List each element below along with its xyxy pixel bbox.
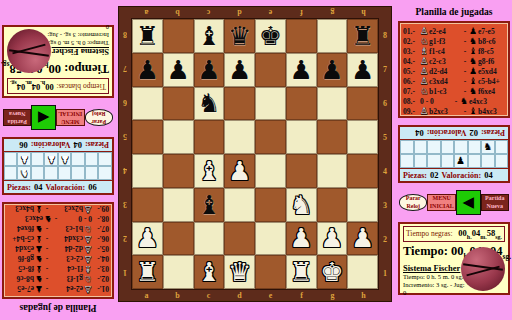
square-g6[interactable]: [317, 87, 348, 121]
coord-label: 1: [119, 256, 131, 290]
black-pawn: ♟: [166, 57, 189, 83]
square-h3[interactable]: [347, 188, 378, 222]
white-piece-icon: ♘: [83, 275, 92, 284]
square-h1[interactable]: [347, 255, 378, 289]
white-pawn: ♟: [351, 225, 374, 251]
time-control-info: Tiempo: 0 h. 5 m. 0 sg.: [403, 273, 467, 281]
move-row: 05.-♙d2-d4-♟e5xd4: [403, 66, 508, 76]
white-player-panel: Planilla de jugadas01.-♙e2-e4-♟e7-e502.-…: [398, 0, 510, 320]
clock-panel: Tiempo blancas:00h.04m.04sg.Tiempo:00h,0…: [2, 25, 114, 98]
move-number: 05.-: [403, 67, 420, 76]
pause-clock-label: Reloj: [400, 203, 426, 210]
white-move: d2-d4: [51, 245, 83, 254]
tray-cell: [427, 140, 441, 154]
opponent-time-label: Tiempo negras:: [406, 229, 453, 238]
white-move: c3xd4: [429, 77, 461, 86]
square-d1[interactable]: ♛: [224, 255, 255, 289]
coord-label: 6: [119, 86, 131, 120]
square-b5[interactable]: [163, 120, 194, 154]
move-sheet-title: Planilla de jugadas: [398, 7, 510, 17]
square-h8[interactable]: ♜: [347, 19, 378, 53]
move-number: 02.-: [403, 37, 420, 46]
black-move: b8-c6: [478, 37, 508, 46]
opponent-time-box: Tiempo negras:00h.04m.58sg.: [403, 226, 505, 242]
move-number: 04.-: [92, 255, 109, 264]
white-move: b2xc3: [51, 205, 83, 214]
time-unit: sg.: [503, 251, 512, 260]
square-b6[interactable]: [163, 87, 194, 121]
pause-clock-label: Reloj: [86, 110, 112, 117]
valuation-count: 06: [88, 182, 97, 192]
square-c1[interactable]: ♝: [194, 255, 225, 289]
new-game-label: Partida: [4, 118, 30, 125]
square-f6[interactable]: [286, 87, 317, 121]
pieces-count: 02: [430, 170, 439, 180]
square-d7[interactable]: ♟: [224, 53, 255, 87]
black-piece-icon: ♝: [34, 235, 43, 244]
square-e3[interactable]: [255, 188, 286, 222]
white-king: ♚: [320, 259, 343, 285]
square-a8[interactable]: ♜: [132, 19, 163, 53]
white-piece-icon: ♙: [420, 107, 429, 116]
move-separator: -: [461, 27, 469, 36]
arrow-button[interactable]: ◀: [31, 105, 56, 130]
square-d8[interactable]: ♛: [224, 19, 255, 53]
black-pawn: ♟: [320, 57, 343, 83]
move-sheet: 01.-♙e2-e4-♟e7-e502.-♘g1-f3-♞b8-c603.-♗f…: [398, 21, 510, 118]
coord-label: 3: [379, 188, 391, 222]
white-move: b1-c3: [51, 225, 83, 234]
square-e7[interactable]: [255, 53, 286, 87]
tray-cell: [400, 154, 414, 168]
black-move: e4xc3: [4, 215, 43, 224]
square-c3[interactable]: ♝: [194, 188, 225, 222]
move-number: 01.-: [92, 285, 109, 294]
square-g3[interactable]: [317, 188, 348, 222]
new-game-label: Partida: [482, 195, 508, 202]
increment-info: Incremento: 3 sg. - Jug: 0: [403, 281, 467, 297]
black-piece-icon: ♝: [469, 107, 478, 116]
tray-cell: ♟: [58, 152, 72, 166]
move-row: 03.-♗f1-c4-♝f8-c5: [4, 264, 109, 274]
square-g8[interactable]: [317, 19, 348, 53]
tray-cell: [72, 152, 86, 166]
black-move: e7-e5: [4, 285, 34, 294]
file-labels-top: abcdefgh: [131, 7, 379, 18]
black-piece-icon: ♝: [469, 77, 478, 86]
white-piece-icon: ♙: [83, 285, 92, 294]
coord-label: 3: [119, 188, 131, 222]
black-move: f6xe4: [4, 225, 34, 234]
square-c2[interactable]: [194, 222, 225, 256]
move-number: 01.-: [403, 27, 420, 36]
time-value: 00: [45, 82, 54, 92]
white-piece-icon: ♙: [83, 255, 92, 264]
square-a2[interactable]: ♟: [132, 222, 163, 256]
square-c7[interactable]: ♟: [194, 53, 225, 87]
square-a7[interactable]: ♟: [132, 53, 163, 87]
rank-labels-left: 87654321: [119, 18, 131, 290]
move-separator: -: [52, 215, 60, 224]
square-b1[interactable]: [163, 255, 194, 289]
coord-label: c: [193, 7, 224, 18]
square-g5[interactable]: [317, 120, 348, 154]
analog-clock-ball: [7, 29, 51, 73]
arrow-button[interactable]: ◀: [456, 190, 481, 215]
rank-labels-right: 87654321: [379, 18, 391, 290]
captured-pieces-tray: Piezas:04Valoración:06♞♟♟♟Piezas:04Valor…: [2, 137, 114, 195]
black-move: e7-e5: [478, 27, 508, 36]
white-pawn: ♟: [228, 158, 251, 184]
coord-label: g: [317, 7, 348, 18]
square-c8[interactable]: ♝: [194, 19, 225, 53]
black-piece-icon: ♞: [460, 97, 469, 106]
coord-label: c: [193, 290, 224, 301]
white-piece-icon: ♙: [83, 205, 92, 214]
tray-cell: [427, 154, 441, 168]
square-a6[interactable]: [132, 87, 163, 121]
black-piece-icon: ♞: [469, 57, 478, 66]
move-row: 08.-0 - 0-♞e4xc3: [403, 96, 508, 106]
valuation-count: 04: [484, 170, 493, 180]
black-move: f8-c5: [478, 47, 508, 56]
square-e4[interactable]: [255, 154, 286, 188]
move-separator: -: [43, 235, 51, 244]
white-piece-icon: ♙: [420, 27, 429, 36]
tray-cell: [468, 140, 482, 154]
white-pawn: ♟: [60, 154, 69, 164]
coord-label: h: [348, 7, 379, 18]
time-unit: m.: [25, 80, 32, 86]
new-game-label: Nueva: [482, 203, 508, 210]
coord-label: g: [317, 290, 348, 301]
tray-cell: [4, 152, 18, 166]
coord-label: a: [131, 7, 162, 18]
valuation-count: 06: [19, 140, 28, 150]
time-value: 04: [472, 228, 481, 238]
white-knight: ♞: [289, 192, 312, 218]
coord-label: 7: [379, 52, 391, 86]
square-a3[interactable]: [132, 188, 163, 222]
time-unit: sg.: [495, 234, 502, 240]
square-b4[interactable]: [163, 154, 194, 188]
new-game-button[interactable]: PartidaNueva: [481, 194, 509, 210]
captured-count-label: Piezas:04Valoración:06: [4, 139, 112, 151]
move-number: 04.-: [403, 57, 420, 66]
move-number: 09.-: [92, 205, 109, 214]
square-e8[interactable]: ♚: [255, 19, 286, 53]
main-time-label: Tiempo:: [64, 62, 109, 76]
pause-clock-button[interactable]: PararReloj: [399, 194, 427, 210]
black-piece-icon: ♞: [469, 87, 478, 96]
move-number: 07.-: [403, 87, 420, 96]
black-queen: ♛: [228, 23, 251, 49]
square-h4[interactable]: [347, 154, 378, 188]
white-piece-icon: ♙: [420, 77, 429, 86]
tray-cell: ♟: [454, 154, 468, 168]
move-row: 04.-♙c2-c3-♞g8-f6: [403, 56, 508, 66]
white-piece-icon: ♙: [420, 57, 429, 66]
move-row: 08.-0 - 0-♞e4xc3: [4, 214, 109, 224]
black-bishop: ♝: [197, 23, 220, 49]
pieces-count: 04: [74, 140, 83, 150]
white-move: c2-c3: [51, 255, 83, 264]
pieces-label: Piezas:: [403, 171, 427, 180]
time-value: 04: [17, 82, 26, 92]
black-piece-icon: ♞: [34, 225, 43, 234]
square-e6[interactable]: [255, 87, 286, 121]
tray-cell: ♞: [481, 140, 495, 154]
white-piece-icon: ♙: [83, 245, 92, 254]
black-piece-icon: ♝: [469, 47, 478, 56]
square-b7[interactable]: ♟: [163, 53, 194, 87]
white-move: f1-c4: [51, 265, 83, 274]
coord-label: e: [255, 7, 286, 18]
square-f5[interactable]: [286, 120, 317, 154]
square-f7[interactable]: ♟: [286, 53, 317, 87]
move-number: 08.-: [403, 97, 420, 106]
square-g2[interactable]: ♟: [317, 222, 348, 256]
white-pawn: ♟: [289, 225, 312, 251]
square-d6[interactable]: [224, 87, 255, 121]
pieces-label: Piezas:: [481, 128, 505, 137]
square-f8[interactable]: [286, 19, 317, 53]
square-f1[interactable]: ♜: [286, 255, 317, 289]
captured-count-label: Piezas:02Valoración:04: [400, 127, 508, 139]
tray-grid: ♞♟: [400, 139, 508, 169]
fischer-info: Sistema FischerTiempo: 0 h. 5 m. 0 sg.In…: [45, 23, 109, 57]
square-g7[interactable]: ♟: [317, 53, 348, 87]
coord-label: 4: [119, 154, 131, 188]
square-a1[interactable]: ♜: [132, 255, 163, 289]
coord-label: h: [348, 290, 379, 301]
white-knight: ♞: [20, 168, 29, 178]
black-move: c5-b4+: [478, 77, 508, 86]
tray-cell: [4, 166, 18, 180]
play-left-icon: ◀: [462, 195, 474, 210]
main-menu-label: MENÚ: [57, 118, 83, 125]
coord-label: 2: [119, 222, 131, 256]
white-pawn: ♟: [20, 154, 29, 164]
main-menu-button[interactable]: MENÚINICIAL: [427, 194, 455, 210]
time-control-info: Tiempo: 0 h. 5 m. 0 sg.: [45, 39, 109, 47]
black-piece-icon: ♞: [34, 255, 43, 264]
move-row: 09.-♙b2xc3-♝b4xc3: [4, 204, 109, 214]
black-bishop: ♝: [197, 192, 220, 218]
white-rook: ♜: [289, 259, 312, 285]
move-row: 07.-♘b1-c3-♞f6xe4: [4, 224, 109, 234]
square-g4[interactable]: [317, 154, 348, 188]
tray-cell: [31, 166, 45, 180]
black-pawn: ♟: [197, 57, 220, 83]
pause-clock-button[interactable]: PararReloj: [85, 109, 113, 125]
white-bishop: ♝: [197, 259, 220, 285]
white-pawn: ♟: [136, 225, 159, 251]
white-pawn: ♟: [320, 225, 343, 251]
move-row: 05.-♙d2-d4-♟e5xd4: [4, 244, 109, 254]
tray-cell: [85, 152, 99, 166]
move-row: 06.-♙c3xd4-♝c5-b4+: [4, 234, 109, 244]
square-d5[interactable]: [224, 120, 255, 154]
square-a5[interactable]: [132, 120, 163, 154]
move-separator: -: [43, 225, 51, 234]
button-row: PararRelojMENÚINICIAL◀PartidaNueva: [398, 190, 510, 215]
coord-label: 2: [379, 222, 391, 256]
opponent-time-label: Tiempo blancas:: [56, 82, 106, 91]
tray-cell: ♟: [45, 152, 59, 166]
white-move: b1-c3: [429, 87, 461, 96]
coord-label: f: [286, 7, 317, 18]
white-bishop: ♝: [197, 158, 220, 184]
square-b2[interactable]: [163, 222, 194, 256]
white-pawn: ♟: [47, 154, 56, 164]
coord-label: 7: [119, 52, 131, 86]
square-h5[interactable]: [347, 120, 378, 154]
tray-cell: [414, 154, 428, 168]
white-piece-icon: ♗: [420, 47, 429, 56]
black-piece-icon: ♞: [469, 37, 478, 46]
move-row: 09.-♙b2xc3-♝b4xc3: [403, 106, 508, 116]
black-move: f6xe4: [478, 87, 508, 96]
square-d4[interactable]: ♟: [224, 154, 255, 188]
new-game-label: Nueva: [4, 110, 30, 117]
tray-cell: [58, 166, 72, 180]
new-game-button[interactable]: PartidaNueva: [3, 109, 31, 125]
tray-cell: [400, 140, 414, 154]
white-piece-icon: ♙: [420, 67, 429, 76]
black-piece-icon: ♟: [469, 67, 478, 76]
fischer-info: Sistema FischerTiempo: 0 h. 5 m. 0 sg.In…: [403, 263, 467, 297]
white-move: 0 - 0: [420, 97, 452, 106]
square-c5[interactable]: [194, 120, 225, 154]
move-number: 02.-: [92, 275, 109, 284]
valuation-label: Valoración:: [442, 171, 482, 180]
black-pawn: ♟: [456, 156, 465, 166]
square-f4[interactable]: [286, 154, 317, 188]
move-separator: -: [461, 37, 469, 46]
tray-cell: [481, 154, 495, 168]
white-piece-icon: ♘: [83, 225, 92, 234]
captured-pieces-tray: Piezas:02Valoración:04♞♟Piezas:02Valorac…: [398, 125, 510, 183]
black-piece-icon: ♝: [34, 265, 43, 274]
move-separator: -: [43, 275, 51, 284]
square-e2[interactable]: [255, 222, 286, 256]
tray-grid: ♞♟♟♟: [4, 151, 112, 181]
time-value: 00: [451, 244, 464, 258]
square-h2[interactable]: ♟: [347, 222, 378, 256]
pieces-count: 02: [470, 128, 479, 138]
black-move: e4xc3: [469, 97, 508, 106]
black-pawn: ♟: [289, 57, 312, 83]
move-separator: -: [43, 265, 51, 274]
black-move: e5xd4: [478, 67, 508, 76]
tray-cell: [495, 140, 509, 154]
system-name: Sistema Fischer: [45, 47, 109, 57]
square-e5[interactable]: [255, 120, 286, 154]
main-menu-label: INICIAL: [57, 110, 83, 117]
coord-label: d: [224, 290, 255, 301]
square-c6[interactable]: ♞: [194, 87, 225, 121]
black-move: g8-f6: [478, 57, 508, 66]
move-row: 03.-♗f1-c4-♝f8-c5: [403, 46, 508, 56]
white-piece-icon: ♙: [83, 235, 92, 244]
square-a4[interactable]: [132, 154, 163, 188]
move-number: 06.-: [403, 77, 420, 86]
main-menu-button[interactable]: MENÚINICIAL: [56, 109, 84, 125]
tray-cell: ♞: [18, 166, 32, 180]
move-separator: -: [43, 255, 51, 264]
move-separator: -: [461, 57, 469, 66]
white-queen: ♛: [228, 259, 251, 285]
coord-label: a: [131, 290, 162, 301]
black-piece-icon: ♝: [34, 205, 43, 214]
tray-cell: [72, 166, 86, 180]
pieces-count: 04: [34, 182, 43, 192]
square-b3[interactable]: [163, 188, 194, 222]
square-b8[interactable]: [163, 19, 194, 53]
captured-count-label: Piezas:04Valoración:06: [4, 181, 112, 193]
black-piece-icon: ♟: [34, 245, 43, 254]
tray-cell: [85, 166, 99, 180]
valuation-count: 04: [415, 128, 424, 138]
play-left-icon: ◀: [38, 110, 50, 125]
move-number: 09.-: [403, 107, 420, 116]
clock-panel: Tiempo negras:00h.04m.58sg.Tiempo:00h,04…: [398, 222, 510, 295]
white-move: d2-d4: [429, 67, 461, 76]
square-d2[interactable]: [224, 222, 255, 256]
coord-label: 5: [379, 120, 391, 154]
white-piece-icon: ♘: [420, 37, 429, 46]
tray-cell: [468, 154, 482, 168]
square-f3[interactable]: ♞: [286, 188, 317, 222]
coord-label: b: [162, 290, 193, 301]
white-move: b2xc3: [429, 107, 461, 116]
tray-cell: [45, 166, 59, 180]
move-separator: -: [43, 245, 51, 254]
move-row: 02.-♘g1-f3-♞b8-c6: [403, 36, 508, 46]
button-row: PararRelojMENÚINICIAL◀PartidaNueva: [2, 105, 114, 130]
move-number: 07.-: [92, 225, 109, 234]
tray-cell: [495, 154, 509, 168]
black-pawn: ♟: [136, 57, 159, 83]
square-h7[interactable]: ♟: [347, 53, 378, 87]
time-unit: sg.: [1, 60, 10, 69]
move-number: 03.-: [92, 265, 109, 274]
move-row: 06.-♙c3xd4-♝c5-b4+: [403, 76, 508, 86]
main-time-label: Tiempo:: [403, 244, 448, 258]
square-c4[interactable]: ♝: [194, 154, 225, 188]
black-piece-icon: ♟: [34, 285, 43, 294]
square-h6[interactable]: [347, 87, 378, 121]
tray-cell: [441, 154, 455, 168]
tray-cell: [31, 152, 45, 166]
square-g1[interactable]: ♚: [317, 255, 348, 289]
opponent-time-value: 00h.04m.58sg.: [458, 228, 502, 240]
square-e1[interactable]: [255, 255, 286, 289]
pause-clock-label: Parar: [86, 118, 112, 125]
valuation-label: Valoración:: [31, 140, 71, 149]
square-f2[interactable]: ♟: [286, 222, 317, 256]
black-move: c5-b4+: [4, 235, 34, 244]
time-value: 58: [487, 228, 496, 238]
move-row: 02.-♘g1-f3-♞b8-c6: [4, 274, 109, 284]
white-piece-icon: ♗: [83, 265, 92, 274]
white-move: e2-e4: [51, 285, 83, 294]
file-labels-bottom: abcdefgh: [131, 290, 379, 301]
move-row: 01.-♙e2-e4-♟e7-e5: [4, 284, 109, 294]
main-menu-label: INICIAL: [428, 203, 454, 210]
square-d3[interactable]: [224, 188, 255, 222]
